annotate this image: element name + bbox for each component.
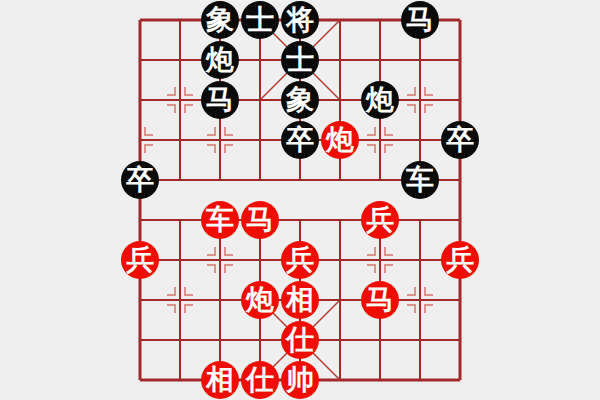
piece-black-general[interactable]: 将 — [281, 1, 319, 39]
piece-black-elephant[interactable]: 象 — [201, 1, 239, 39]
piece-black-horse[interactable]: 马 — [401, 1, 439, 39]
piece-black-cannon[interactable]: 炮 — [361, 81, 399, 119]
piece-red-elephant[interactable]: 相 — [201, 361, 239, 399]
piece-black-soldier[interactable]: 卒 — [121, 161, 159, 199]
piece-red-horse[interactable]: 马 — [361, 281, 399, 319]
piece-red-general[interactable]: 帅 — [281, 361, 319, 399]
piece-red-soldier[interactable]: 兵 — [361, 201, 399, 239]
piece-black-horse[interactable]: 马 — [201, 81, 239, 119]
piece-red-cannon[interactable]: 炮 — [321, 121, 359, 159]
piece-red-advisor[interactable]: 仕 — [281, 321, 319, 359]
piece-red-horse[interactable]: 马 — [241, 201, 279, 239]
piece-red-advisor[interactable]: 仕 — [241, 361, 279, 399]
piece-black-advisor[interactable]: 士 — [241, 1, 279, 39]
piece-black-cannon[interactable]: 炮 — [201, 41, 239, 79]
piece-black-soldier[interactable]: 卒 — [441, 121, 479, 159]
pieces-layer: 象士将马炮士马象炮卒炮卒卒车车马兵兵兵兵炮相马仕相仕帅 — [0, 0, 600, 400]
piece-red-soldier[interactable]: 兵 — [281, 241, 319, 279]
xiangqi-board[interactable]: 象士将马炮士马象炮卒炮卒卒车车马兵兵兵兵炮相马仕相仕帅 — [0, 0, 600, 400]
piece-red-soldier[interactable]: 兵 — [441, 241, 479, 279]
piece-black-chariot[interactable]: 车 — [401, 161, 439, 199]
piece-red-chariot[interactable]: 车 — [201, 201, 239, 239]
piece-red-elephant[interactable]: 相 — [281, 281, 319, 319]
piece-red-soldier[interactable]: 兵 — [121, 241, 159, 279]
piece-black-advisor[interactable]: 士 — [281, 41, 319, 79]
piece-black-soldier[interactable]: 卒 — [281, 121, 319, 159]
piece-red-cannon[interactable]: 炮 — [241, 281, 279, 319]
piece-black-elephant[interactable]: 象 — [281, 81, 319, 119]
